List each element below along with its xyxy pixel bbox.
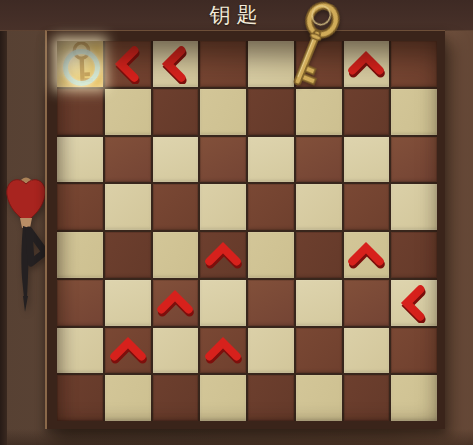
cell-r1c0 — [57, 89, 103, 135]
cell-r7c0 — [57, 375, 103, 421]
cell-r6c6 — [344, 328, 390, 374]
cell-r6c0 — [57, 328, 103, 374]
cell-r3c0 — [57, 184, 103, 230]
page-title: 钥匙 — [0, 2, 473, 28]
left-arrow-icon — [108, 44, 148, 84]
cell-r7c2 — [153, 375, 199, 421]
cell-r2c2 — [153, 137, 199, 183]
cell-r3c7 — [391, 184, 437, 230]
cell-r5c3 — [200, 280, 246, 326]
cell-r7c5 — [296, 375, 342, 421]
cell-r0c3 — [200, 41, 246, 87]
cell-r3c4 — [248, 184, 294, 230]
left-arrow-cell-r0c2[interactable] — [153, 41, 199, 87]
cell-r3c2 — [153, 184, 199, 230]
cell-r2c5 — [296, 137, 342, 183]
cell-r1c1 — [105, 89, 151, 135]
cell-r1c4 — [248, 89, 294, 135]
cell-r4c5 — [296, 232, 342, 278]
cell-r2c4 — [248, 137, 294, 183]
cell-r6c4 — [248, 328, 294, 374]
cell-r4c7 — [391, 232, 437, 278]
cell-r5c0 — [57, 280, 103, 326]
up-arrow-cell-r6c1[interactable] — [105, 328, 151, 374]
cell-r7c6 — [344, 375, 390, 421]
selection-ring — [63, 49, 100, 86]
left-arrow-cell-r0c1[interactable] — [105, 41, 151, 87]
up-arrow-icon — [155, 283, 195, 323]
cell-r1c2 — [153, 89, 199, 135]
cell-r0c7 — [391, 41, 437, 87]
up-arrow-icon — [203, 235, 243, 275]
cell-r7c4 — [248, 375, 294, 421]
floor-shadow — [0, 429, 473, 445]
cell-r2c6 — [344, 137, 390, 183]
cell-r1c3 — [200, 89, 246, 135]
left-arrow-icon — [394, 283, 434, 323]
title-bar: 钥匙 — [0, 0, 473, 31]
up-arrow-icon — [203, 330, 243, 370]
up-arrow-cell-r6c3[interactable] — [200, 328, 246, 374]
up-arrow-cell-r0c6[interactable] — [344, 41, 390, 87]
cell-r2c0 — [57, 137, 103, 183]
up-arrow-cell-r4c6[interactable] — [344, 232, 390, 278]
game-screen: 钥匙 — [0, 0, 473, 445]
cell-r4c0 — [57, 232, 103, 278]
up-arrow-cell-r4c3[interactable] — [200, 232, 246, 278]
cell-r2c3 — [200, 137, 246, 183]
up-arrow-icon — [108, 330, 148, 370]
cell-r4c1 — [105, 232, 151, 278]
cell-r7c1 — [105, 375, 151, 421]
cell-r3c3 — [200, 184, 246, 230]
cell-r3c5 — [296, 184, 342, 230]
cell-r4c2 — [153, 232, 199, 278]
cell-r1c7 — [391, 89, 437, 135]
left-arrow-cell-r5c7[interactable] — [391, 280, 437, 326]
cell-r5c5 — [296, 280, 342, 326]
cell-r2c1 — [105, 137, 151, 183]
board-grid — [57, 41, 437, 421]
cell-r3c6 — [344, 184, 390, 230]
cell-r1c6 — [344, 89, 390, 135]
cell-r3c1 — [105, 184, 151, 230]
up-arrow-icon — [346, 235, 386, 275]
cell-r7c7 — [391, 375, 437, 421]
cell-r6c7 — [391, 328, 437, 374]
up-arrow-icon — [346, 44, 386, 84]
cell-r5c1 — [105, 280, 151, 326]
cell-r7c3 — [200, 375, 246, 421]
cell-r5c4 — [248, 280, 294, 326]
left-arrow-icon — [155, 44, 195, 84]
ballerina-figure — [1, 166, 51, 318]
cell-r6c2 — [153, 328, 199, 374]
key-goal-cell[interactable] — [57, 41, 103, 87]
up-arrow-cell-r5c2[interactable] — [153, 280, 199, 326]
cell-r6c5 — [296, 328, 342, 374]
cell-r2c7 — [391, 137, 437, 183]
cell-r4c4 — [248, 232, 294, 278]
cell-r5c6 — [344, 280, 390, 326]
board-frame — [45, 30, 445, 429]
